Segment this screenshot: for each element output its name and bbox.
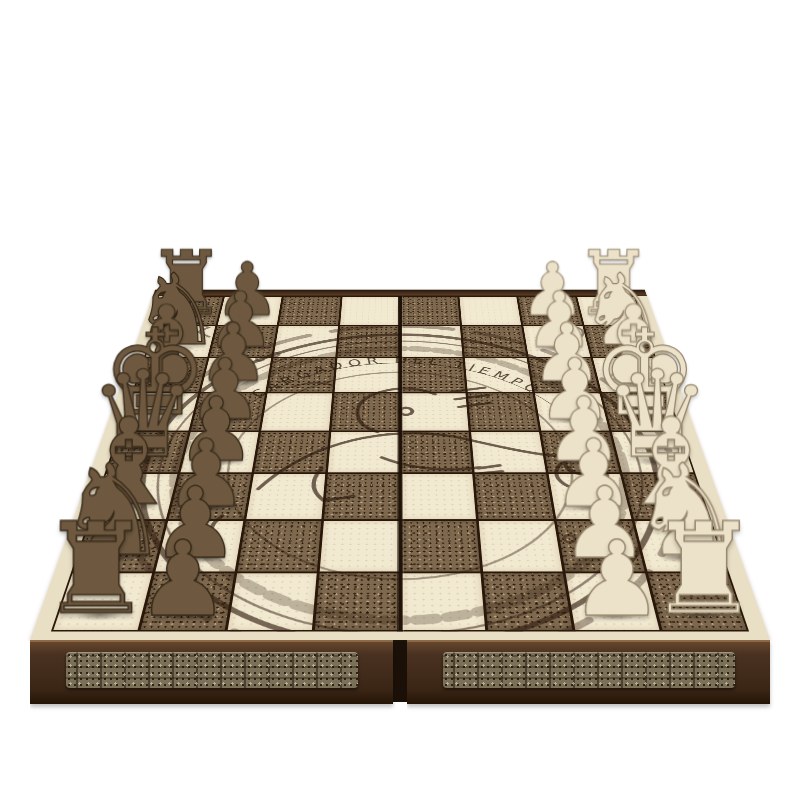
- piece-white-pawn-a2[interactable]: ♟: [565, 573, 662, 632]
- carved-glyph-strip-right: [443, 652, 735, 688]
- piece-glyph: ♟: [534, 532, 700, 626]
- board-surface: CARGADOR DEL TIEMPO ♜♞♝♚♛♝♞♜♟♟♟♟♟♟♟♟♟♟♟♟…: [51, 296, 749, 631]
- product-photo-stage: CARGADOR DEL TIEMPO ♜♞♝♚♛♝♞♜♟♟♟♟♟♟♟♟♟♟♟♟…: [0, 0, 800, 800]
- box-front-right: [407, 640, 770, 704]
- chess-board-box: CARGADOR DEL TIEMPO ♜♞♝♚♛♝♞♜♟♟♟♟♟♟♟♟♟♟♟♟…: [30, 290, 770, 640]
- piece-glyph: ♟: [100, 532, 266, 626]
- box-front-left: [30, 640, 393, 704]
- carved-glyph-strip-left: [66, 652, 358, 688]
- piece-black-pawn-a7[interactable]: ♟: [138, 573, 235, 632]
- board-3d-tilt: CARGADOR DEL TIEMPO ♜♞♝♚♛♝♞♜♟♟♟♟♟♟♟♟♟♟♟♟…: [30, 290, 770, 640]
- pieces-layer: ♜♞♝♚♛♝♞♜♟♟♟♟♟♟♟♟♟♟♟♟♟♟♟♟♜♞♝♚♛♝♞♜: [51, 296, 749, 631]
